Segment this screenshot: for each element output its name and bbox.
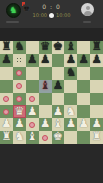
white-pawn-g2[interactable]: ♟ (79, 118, 89, 130)
square-b3[interactable]: ♛ (13, 105, 26, 118)
black-knight-b8[interactable]: ♞ (14, 41, 24, 53)
square-f7[interactable]: ♟ (64, 54, 77, 67)
white-bishop-c1[interactable]: ♝ (27, 131, 37, 143)
black-rook-a8[interactable]: ♜ (1, 41, 11, 53)
square-a2[interactable]: ♟ (0, 118, 13, 131)
square-c3[interactable]: ♟ (26, 105, 39, 118)
white-pawn-c3[interactable]: ♟ (27, 106, 37, 118)
black-pawn-a7[interactable]: ♟ (1, 54, 11, 66)
square-d7[interactable]: ♟ (39, 54, 52, 67)
square-d5[interactable]: ♝ (39, 80, 52, 93)
left-clock: 10:00 (33, 13, 47, 18)
square-b5[interactable] (13, 80, 26, 93)
square-d4[interactable] (39, 93, 52, 106)
square-a3[interactable] (0, 105, 13, 118)
square-c8[interactable] (26, 41, 39, 54)
player-avatar (81, 3, 94, 16)
square-h5[interactable] (90, 80, 103, 93)
square-a6[interactable] (0, 67, 13, 80)
white-rook-h1[interactable]: ♜ (91, 131, 101, 143)
square-f1[interactable] (64, 131, 77, 144)
score-separator: : (50, 3, 53, 10)
square-e3[interactable]: ♟ (52, 105, 65, 118)
square-e6[interactable] (52, 67, 65, 80)
white-pawn-f2[interactable]: ♟ (66, 118, 76, 130)
square-b7[interactable] (13, 54, 26, 67)
square-d2[interactable]: ♟ (39, 118, 52, 131)
square-e7[interactable] (52, 54, 65, 67)
white-pawn-b2[interactable]: ♟ (14, 118, 24, 130)
white-pawn-e3[interactable]: ♟ (53, 106, 63, 118)
white-knight-b1[interactable]: ♞ (14, 131, 24, 143)
black-pawn-e5[interactable]: ♟ (53, 80, 63, 92)
app-screen: ♞ ♚ 0 : 0 10:00 10:00 ♜♞♛♚♝♜♟♟♟♟♟♟♞♝♟♛♟♟… (0, 0, 103, 183)
square-g6[interactable] (77, 67, 90, 80)
square-f5[interactable] (64, 80, 77, 93)
white-pawn-a2[interactable]: ♟ (1, 118, 11, 130)
legal-move-dot[interactable] (16, 70, 22, 76)
square-h2[interactable]: ♟ (90, 118, 103, 131)
right-clock: 10:00 (56, 13, 70, 18)
square-h4[interactable] (90, 93, 103, 106)
square-g8[interactable] (77, 41, 90, 54)
square-c5[interactable] (26, 80, 39, 93)
square-g3[interactable] (77, 105, 90, 118)
bottom-panel (0, 144, 103, 183)
square-b4[interactable] (13, 93, 26, 106)
square-g7[interactable]: ♟ (77, 54, 90, 67)
square-d6[interactable] (39, 67, 52, 80)
person-icon (86, 6, 90, 10)
black-knight-f6[interactable]: ♞ (66, 67, 76, 79)
square-g4[interactable] (77, 93, 90, 106)
square-b1[interactable]: ♞ (13, 131, 26, 144)
black-queen-d8[interactable]: ♛ (40, 41, 50, 53)
square-g5[interactable] (77, 80, 90, 93)
square-e8[interactable]: ♚ (52, 41, 65, 54)
square-e2[interactable]: ♝ (52, 118, 65, 131)
top-bar: ♞ ♚ 0 : 0 10:00 10:00 (0, 0, 103, 28)
legal-move-dot[interactable] (29, 122, 35, 128)
chess-board[interactable]: ♜♞♛♚♝♜♟♟♟♟♟♟♞♝♟♛♟♟♞♟♟♟♝♟♟♟♜♞♝♚♜ (0, 41, 103, 144)
square-e4[interactable] (52, 93, 65, 106)
black-pawn-f7[interactable]: ♟ (66, 54, 76, 66)
legal-move-dot[interactable] (16, 83, 22, 89)
square-g2[interactable]: ♟ (77, 118, 90, 131)
legal-move-dot[interactable] (42, 135, 48, 141)
white-turn-dot (49, 13, 54, 18)
square-h6[interactable] (90, 67, 103, 80)
square-d3[interactable] (39, 105, 52, 118)
white-queen-b3[interactable]: ♛ (14, 106, 24, 118)
white-pawn-h2[interactable]: ♟ (91, 118, 101, 130)
legal-move-dot[interactable] (29, 96, 35, 102)
square-f8[interactable]: ♝ (64, 41, 77, 54)
bot-name-text (6, 21, 19, 23)
legal-move-dot[interactable] (3, 109, 9, 115)
square-e1[interactable]: ♚ (52, 131, 65, 144)
top-bar-divider (0, 28, 103, 41)
white-king-e1[interactable]: ♚ (53, 131, 63, 143)
square-a8[interactable]: ♜ (0, 41, 13, 54)
square-a7[interactable]: ♟ (0, 54, 13, 67)
score-right: 0 (56, 3, 61, 10)
square-h8[interactable]: ♜ (90, 41, 103, 54)
square-c7[interactable]: ♟ (26, 54, 39, 67)
square-f2[interactable]: ♟ (64, 118, 77, 131)
square-a1[interactable]: ♜ (0, 131, 13, 144)
white-pawn-d2[interactable]: ♟ (40, 118, 50, 130)
last-move-origin-marker (16, 57, 22, 63)
black-pawn-d7[interactable]: ♟ (40, 54, 50, 66)
black-bishop-f8[interactable]: ♝ (66, 41, 76, 53)
square-h7[interactable]: ♟ (90, 54, 103, 67)
square-f6[interactable]: ♞ (64, 67, 77, 80)
player-name-text (83, 21, 91, 23)
square-c4[interactable] (26, 93, 39, 106)
square-e5[interactable]: ♟ (52, 80, 65, 93)
white-knight-f3[interactable]: ♞ (66, 106, 76, 118)
square-c1[interactable]: ♝ (26, 131, 39, 144)
black-pawn-c7[interactable]: ♟ (27, 54, 37, 66)
square-d8[interactable]: ♛ (39, 41, 52, 54)
square-f3[interactable]: ♞ (64, 105, 77, 118)
legal-move-dot[interactable] (3, 96, 9, 102)
square-b6[interactable] (13, 67, 26, 80)
black-pawn-h7[interactable]: ♟ (91, 54, 101, 66)
white-bishop-e2[interactable]: ♝ (53, 118, 63, 130)
square-h1[interactable]: ♜ (90, 131, 103, 144)
square-h3[interactable] (90, 105, 103, 118)
square-a5[interactable] (0, 80, 13, 93)
square-c2[interactable] (26, 118, 39, 131)
square-d1[interactable] (39, 131, 52, 144)
black-bishop-d5[interactable]: ♝ (40, 80, 50, 92)
legal-move-dot[interactable] (16, 96, 22, 102)
white-rook-a1[interactable]: ♜ (1, 131, 11, 143)
square-a4[interactable] (0, 93, 13, 106)
black-rook-h8[interactable]: ♜ (91, 41, 101, 53)
black-king-e8[interactable]: ♚ (53, 41, 63, 53)
square-f4[interactable] (64, 93, 77, 106)
square-c6[interactable] (26, 67, 39, 80)
square-g1[interactable] (77, 131, 90, 144)
black-pawn-g7[interactable]: ♟ (79, 54, 89, 66)
square-b8[interactable]: ♞ (13, 41, 26, 54)
score-left: 0 (42, 3, 47, 10)
square-b2[interactable]: ♟ (13, 118, 26, 131)
